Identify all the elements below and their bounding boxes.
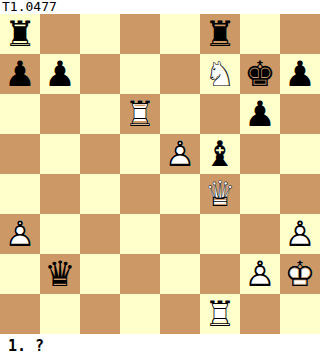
square-a1[interactable] (0, 294, 40, 334)
square-b2[interactable]: ♛ (40, 254, 80, 294)
square-b5[interactable] (40, 134, 80, 174)
square-e7[interactable] (160, 54, 200, 94)
square-a5[interactable] (0, 134, 40, 174)
black-pawn-icon: ♟ (240, 94, 280, 134)
square-h3[interactable]: ♟♙ (280, 214, 320, 254)
square-g4[interactable] (240, 174, 280, 214)
square-g1[interactable] (240, 294, 280, 334)
square-f5[interactable]: ♝ (200, 134, 240, 174)
black-queen-icon: ♛ (40, 254, 80, 294)
square-h1[interactable] (280, 294, 320, 334)
square-g3[interactable] (240, 214, 280, 254)
move-prompt: 1. ? (0, 334, 320, 360)
black-bishop-icon: ♝ (200, 134, 240, 174)
square-h2[interactable]: ♚♔ (280, 254, 320, 294)
square-a7[interactable]: ♟ (0, 54, 40, 94)
square-b4[interactable] (40, 174, 80, 214)
square-a4[interactable] (0, 174, 40, 214)
square-b3[interactable] (40, 214, 80, 254)
square-e1[interactable] (160, 294, 200, 334)
white-pawn-icon: ♟♙ (160, 134, 200, 174)
square-d2[interactable] (120, 254, 160, 294)
square-d3[interactable] (120, 214, 160, 254)
white-pawn-icon: ♟♙ (280, 214, 320, 254)
square-f4[interactable]: ♛♕ (200, 174, 240, 214)
black-king-icon: ♚ (240, 54, 280, 94)
square-e4[interactable] (160, 174, 200, 214)
white-pawn-icon: ♟♙ (240, 254, 280, 294)
square-f1[interactable]: ♜♖ (200, 294, 240, 334)
square-a3[interactable]: ♟♙ (0, 214, 40, 254)
white-rook-icon: ♜♖ (120, 94, 160, 134)
square-e2[interactable] (160, 254, 200, 294)
square-f8[interactable]: ♜ (200, 14, 240, 54)
square-h5[interactable] (280, 134, 320, 174)
square-g2[interactable]: ♟♙ (240, 254, 280, 294)
puzzle-title: T1.0477 (0, 0, 320, 14)
square-e8[interactable] (160, 14, 200, 54)
square-f2[interactable] (200, 254, 240, 294)
black-pawn-icon: ♟ (40, 54, 80, 94)
square-b6[interactable] (40, 94, 80, 134)
square-g5[interactable] (240, 134, 280, 174)
square-b8[interactable] (40, 14, 80, 54)
chess-board: ♜♜♟♟♞♘♚♟♜♖♟♟♙♝♛♕♟♙♟♙♛♟♙♚♔♜♖ (0, 14, 320, 334)
square-g6[interactable]: ♟ (240, 94, 280, 134)
square-b7[interactable]: ♟ (40, 54, 80, 94)
square-c6[interactable] (80, 94, 120, 134)
white-king-icon: ♚♔ (280, 254, 320, 294)
black-rook-icon: ♜ (200, 14, 240, 54)
white-knight-icon: ♞♘ (200, 54, 240, 94)
square-c3[interactable] (80, 214, 120, 254)
black-pawn-icon: ♟ (0, 54, 40, 94)
square-c1[interactable] (80, 294, 120, 334)
square-d7[interactable] (120, 54, 160, 94)
black-rook-icon: ♜ (0, 14, 40, 54)
square-f6[interactable] (200, 94, 240, 134)
square-c4[interactable] (80, 174, 120, 214)
square-h8[interactable] (280, 14, 320, 54)
square-a6[interactable] (0, 94, 40, 134)
square-d4[interactable] (120, 174, 160, 214)
square-d5[interactable] (120, 134, 160, 174)
square-f7[interactable]: ♞♘ (200, 54, 240, 94)
square-c7[interactable] (80, 54, 120, 94)
square-e5[interactable]: ♟♙ (160, 134, 200, 174)
square-a2[interactable] (0, 254, 40, 294)
square-e3[interactable] (160, 214, 200, 254)
square-g7[interactable]: ♚ (240, 54, 280, 94)
square-h6[interactable] (280, 94, 320, 134)
square-f3[interactable] (200, 214, 240, 254)
square-b1[interactable] (40, 294, 80, 334)
square-c2[interactable] (80, 254, 120, 294)
square-h7[interactable]: ♟ (280, 54, 320, 94)
square-e6[interactable] (160, 94, 200, 134)
black-pawn-icon: ♟ (280, 54, 320, 94)
square-a8[interactable]: ♜ (0, 14, 40, 54)
square-d1[interactable] (120, 294, 160, 334)
square-c8[interactable] (80, 14, 120, 54)
white-pawn-icon: ♟♙ (0, 214, 40, 254)
white-queen-icon: ♛♕ (200, 174, 240, 214)
white-rook-icon: ♜♖ (200, 294, 240, 334)
square-d8[interactable] (120, 14, 160, 54)
square-d6[interactable]: ♜♖ (120, 94, 160, 134)
square-h4[interactable] (280, 174, 320, 214)
square-g8[interactable] (240, 14, 280, 54)
square-c5[interactable] (80, 134, 120, 174)
